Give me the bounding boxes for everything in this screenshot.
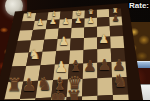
square-r2c0[interactable] — [18, 30, 33, 41]
piece-black-p-r6c1[interactable]: ♟ — [22, 76, 37, 93]
square-r0c6[interactable] — [97, 9, 109, 18]
piece-white-p-r1c3[interactable]: ♟ — [62, 17, 69, 25]
square-r3c4[interactable] — [70, 38, 84, 51]
square-r1c6[interactable] — [97, 17, 110, 27]
piece-white-p-r3c6[interactable]: ♟ — [99, 34, 109, 46]
square-r2c4[interactable] — [71, 27, 85, 38]
rate-label: Rate: — [129, 1, 149, 10]
square-r2c5[interactable] — [84, 27, 97, 38]
square-r7c5[interactable] — [82, 96, 98, 100]
piece-white-p-r1c4[interactable]: ♟ — [75, 17, 82, 25]
square-r7c7[interactable] — [113, 95, 130, 101]
piece-white-r-r0c0[interactable]: ♜ — [26, 12, 32, 18]
square-r3c7[interactable] — [110, 36, 124, 49]
square-r2c7[interactable] — [110, 26, 124, 37]
piece-black-p-r1c7[interactable]: ♟ — [112, 15, 119, 23]
piece-white-p-r3c3[interactable]: ♟ — [58, 36, 68, 48]
piece-white-p-r1c1[interactable]: ♟ — [37, 19, 44, 27]
square-r6c6[interactable] — [97, 78, 113, 96]
square-r2c1[interactable] — [31, 29, 46, 40]
square-r1c0[interactable] — [20, 21, 35, 31]
piece-white-n-r4c1[interactable]: ♞ — [29, 48, 41, 61]
square-r3c2[interactable] — [43, 39, 58, 52]
piece-black-p-r5c6[interactable]: ♟ — [98, 58, 111, 73]
piece-black-n-r6c7[interactable]: ♞ — [113, 73, 128, 90]
piece-black-r-r7c4[interactable]: ♜ — [66, 89, 83, 100]
square-r3c5[interactable] — [84, 37, 98, 50]
piece-black-k-r7c3[interactable]: ♚ — [50, 89, 67, 100]
piece-white-p-r1c5[interactable]: ♟ — [87, 16, 94, 24]
piece-black-p-r5c5[interactable]: ♟ — [83, 59, 96, 74]
square-r6c5[interactable] — [82, 78, 97, 96]
square-r2c2[interactable] — [44, 29, 59, 40]
piece-black-r-r6c0[interactable]: ♜ — [7, 77, 22, 94]
piece-white-p-r1c2[interactable]: ♟ — [49, 18, 56, 26]
square-r7c6[interactable] — [98, 95, 114, 100]
game-screen: ♜♝♚♛♜♟♟♟♟♟♟♟♟♞♟♝♟♟♟♜♟♞♝♛♞♚♜ Rate: — [0, 0, 150, 100]
